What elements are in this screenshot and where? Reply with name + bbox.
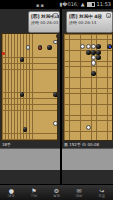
battery-icon: [87, 2, 95, 7]
toolbar-button-gear[interactable]: ⚙설정: [46, 187, 66, 198]
game-panel-2: [図] 対局中 4段 持時 00:26:14 × 黒 152手 白 00:08: [62, 9, 113, 185]
toolbar-button-flag[interactable]: ⚑기보: [24, 187, 44, 198]
black-stone: [96, 50, 101, 55]
status-time: 11:53: [97, 0, 111, 9]
stone-icon: ●: [9, 187, 14, 194]
white-stone: [91, 44, 96, 49]
toolbar-label: 설정: [53, 194, 60, 198]
white-stone: [26, 45, 31, 50]
black-stone: [96, 44, 101, 49]
exit-icon: ↪: [99, 187, 104, 194]
toolbar-label: 종료: [98, 194, 105, 198]
gear-icon: ⚙: [54, 187, 59, 194]
black-stone: [96, 55, 101, 60]
black-stone: [56, 34, 58, 39]
white-stone: [86, 125, 91, 130]
black-stone: [23, 127, 28, 132]
status-bar: ▪▪ ▮�016; ▲ 11:53: [0, 0, 113, 9]
black-stone: [53, 92, 58, 97]
black-stone: [91, 71, 96, 76]
white-stone: [53, 121, 58, 126]
black-stone: [20, 92, 25, 97]
game-1-close-icon[interactable]: ×: [53, 13, 58, 18]
game-2-caption: 黒 152手 白 00:08: [64, 142, 112, 147]
toolbar-label: 대국: [8, 194, 15, 198]
game-1-lower-area: [0, 148, 60, 170]
white-stone: [91, 60, 96, 65]
white-stone: [86, 44, 91, 49]
game-1-clock: 持時 00:26:03: [31, 20, 57, 26]
chat-icon: ✉: [77, 187, 82, 194]
game-2-lower-area: [62, 148, 113, 170]
game-2-close-icon[interactable]: ×: [106, 13, 111, 18]
game-2-clock: 持時 00:26:14: [69, 20, 110, 26]
last-move-marker: [39, 47, 41, 49]
toolbar-button-stone[interactable]: ●대국: [1, 187, 21, 198]
bottom-toolbar: ●대국⚑기보⚙설정✉대화↪종료: [0, 184, 113, 200]
go-board-2[interactable]: [63, 33, 113, 141]
last-move-marker: [109, 46, 111, 48]
wifi-icon: ▲: [81, 0, 85, 9]
black-stone: [91, 50, 96, 55]
app-screen: ▪▪ ▮�016; ▲ 11:53 [図] 対局中 4段 持時 00:26:03…: [0, 0, 113, 200]
signal-icon: ▮�016;: [60, 0, 79, 9]
black-stone: [20, 57, 25, 62]
toolbar-label: 기보: [30, 194, 37, 198]
toolbar-label: 대화: [76, 194, 83, 198]
toolbar-button-exit[interactable]: ↪종료: [92, 187, 112, 198]
toolbar-button-chat[interactable]: ✉대화: [69, 187, 89, 198]
game-2-header-card[interactable]: [図] 対局中 4段 持時 00:26:14 ×: [66, 11, 113, 33]
game-1-caption: 38手: [2, 142, 59, 147]
edge-badge: [2, 52, 5, 55]
game-panel-1: [図] 対局中 4段 持時 00:26:03 × 38手: [0, 9, 60, 185]
black-stone: [47, 45, 52, 50]
white-stone: [53, 40, 58, 45]
game-1-header-card[interactable]: [図] 対局中 4段 持時 00:26:03 ×: [28, 11, 60, 33]
black-stone: [86, 50, 91, 55]
flag-icon: ⚑: [31, 187, 36, 194]
go-board-1[interactable]: [1, 33, 58, 141]
white-stone: [80, 44, 85, 49]
